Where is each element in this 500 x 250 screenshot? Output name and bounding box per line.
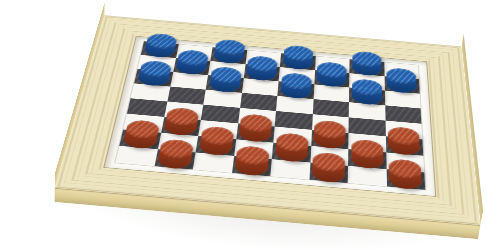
- piece-top-face: [275, 132, 308, 152]
- square-r7c1[interactable]: [119, 129, 160, 149]
- red-checker-piece[interactable]: [234, 145, 270, 176]
- red-checker-piece[interactable]: [238, 113, 272, 143]
- square-r6c4[interactable]: [236, 123, 275, 142]
- square-r7c6[interactable]: [310, 146, 348, 166]
- blue-checker-piece[interactable]: [282, 45, 313, 71]
- square-r5c2[interactable]: [164, 101, 203, 120]
- square-r5c8[interactable]: [385, 121, 422, 140]
- checkers-board-scene: [55, 15, 481, 225]
- blue-checker-piece[interactable]: [143, 33, 177, 58]
- square-r8c2[interactable]: [154, 149, 195, 169]
- red-checker-piece[interactable]: [389, 158, 423, 190]
- blue-checker-piece[interactable]: [137, 60, 172, 87]
- blue-checker-piece[interactable]: [213, 39, 245, 65]
- square-r5c3[interactable]: [201, 105, 240, 124]
- checkerboard: [115, 41, 425, 189]
- piece-top-face: [145, 33, 177, 50]
- square-r8c3[interactable]: [193, 152, 234, 172]
- square-r5c7[interactable]: [348, 117, 385, 136]
- square-r5c1[interactable]: [127, 98, 167, 117]
- red-checker-piece[interactable]: [312, 152, 345, 184]
- piece-top-face: [312, 152, 345, 173]
- piece-top-face: [352, 51, 381, 68]
- blue-checker-piece[interactable]: [208, 66, 242, 93]
- square-r8c8[interactable]: [386, 169, 425, 190]
- piece-top-face: [314, 120, 346, 140]
- blue-checker-piece[interactable]: [280, 72, 312, 99]
- square-r8c6[interactable]: [309, 162, 348, 183]
- red-checker-piece[interactable]: [122, 119, 160, 149]
- blue-checker-piece[interactable]: [246, 55, 278, 81]
- square-r7c2[interactable]: [157, 133, 198, 153]
- blue-checker-piece[interactable]: [175, 49, 209, 75]
- blue-checker-piece[interactable]: [317, 61, 347, 87]
- square-r6c8[interactable]: [385, 136, 423, 155]
- square-r7c5[interactable]: [272, 143, 311, 163]
- square-r7c8[interactable]: [386, 152, 424, 172]
- board-sheet: [104, 36, 435, 196]
- square-r6c7[interactable]: [348, 133, 386, 152]
- piece-top-face: [351, 139, 383, 159]
- square-r8c4[interactable]: [232, 156, 272, 176]
- piece-top-face: [165, 107, 199, 126]
- square-r5c5[interactable]: [275, 111, 313, 130]
- square-r7c7[interactable]: [348, 149, 386, 169]
- red-checker-piece[interactable]: [163, 107, 199, 136]
- square-r5c4[interactable]: [238, 108, 276, 127]
- blue-checker-piece[interactable]: [352, 51, 382, 77]
- red-checker-piece[interactable]: [157, 139, 195, 170]
- square-r6c2[interactable]: [161, 117, 201, 136]
- piece-top-face: [159, 139, 195, 160]
- piece-top-face: [240, 113, 273, 133]
- product-photo: [0, 0, 500, 250]
- square-r6c1[interactable]: [123, 114, 164, 133]
- square-r8c1[interactable]: [115, 146, 157, 166]
- piece-top-face: [236, 145, 270, 166]
- red-checker-piece[interactable]: [275, 132, 309, 163]
- red-checker-piece[interactable]: [351, 139, 383, 170]
- red-checker-piece[interactable]: [388, 126, 421, 156]
- piece-top-face: [214, 39, 245, 56]
- piece-top-face: [283, 45, 313, 62]
- square-r5c6[interactable]: [312, 114, 349, 133]
- square-r7c3[interactable]: [196, 136, 236, 156]
- square-r7c4[interactable]: [234, 139, 274, 159]
- square-r8c5[interactable]: [270, 159, 310, 179]
- piece-top-face: [388, 126, 420, 146]
- square-r6c5[interactable]: [273, 127, 311, 146]
- square-r8c7[interactable]: [348, 166, 387, 187]
- piece-top-face: [200, 126, 234, 146]
- blue-checker-piece[interactable]: [352, 78, 382, 105]
- red-checker-piece[interactable]: [314, 120, 346, 150]
- square-r6c6[interactable]: [311, 130, 349, 149]
- red-checker-piece[interactable]: [198, 126, 234, 156]
- piece-top-face: [389, 158, 422, 179]
- piece-top-face: [124, 119, 160, 139]
- wood-frame-left-rail: [55, 15, 141, 191]
- square-r6c3[interactable]: [198, 120, 238, 139]
